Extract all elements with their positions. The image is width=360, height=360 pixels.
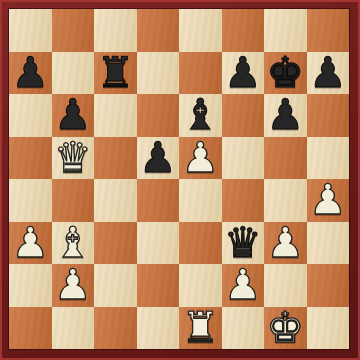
- square-d3[interactable]: [137, 222, 180, 265]
- square-b7[interactable]: [52, 52, 95, 95]
- square-b8[interactable]: [52, 9, 95, 52]
- square-b4[interactable]: [52, 179, 95, 222]
- square-a1[interactable]: [9, 307, 52, 350]
- square-a4[interactable]: [9, 179, 52, 222]
- square-a8[interactable]: [9, 9, 52, 52]
- square-c6[interactable]: [94, 94, 137, 137]
- white-pawn[interactable]: ♟: [266, 222, 304, 265]
- square-f3[interactable]: ♛: [222, 222, 265, 265]
- black-rook[interactable]: ♜: [96, 52, 134, 95]
- square-g2[interactable]: [264, 264, 307, 307]
- white-pawn[interactable]: ♟: [181, 137, 219, 180]
- square-c5[interactable]: [94, 137, 137, 180]
- square-g8[interactable]: [264, 9, 307, 52]
- white-pawn[interactable]: ♟: [11, 222, 49, 265]
- square-b3[interactable]: ♝: [52, 222, 95, 265]
- square-h3[interactable]: [307, 222, 350, 265]
- square-f5[interactable]: [222, 137, 265, 180]
- black-pawn[interactable]: ♟: [266, 94, 304, 137]
- square-f6[interactable]: [222, 94, 265, 137]
- square-c1[interactable]: [94, 307, 137, 350]
- square-b2[interactable]: ♟: [52, 264, 95, 307]
- square-e5[interactable]: ♟: [179, 137, 222, 180]
- square-h8[interactable]: [307, 9, 350, 52]
- square-h1[interactable]: [307, 307, 350, 350]
- square-a5[interactable]: [9, 137, 52, 180]
- square-d2[interactable]: [137, 264, 180, 307]
- square-g1[interactable]: ♚: [264, 307, 307, 350]
- square-f2[interactable]: ♟: [222, 264, 265, 307]
- square-d7[interactable]: [137, 52, 180, 95]
- white-pawn[interactable]: ♟: [309, 179, 347, 222]
- square-g4[interactable]: [264, 179, 307, 222]
- square-a6[interactable]: [9, 94, 52, 137]
- square-f8[interactable]: [222, 9, 265, 52]
- square-h2[interactable]: [307, 264, 350, 307]
- square-e4[interactable]: [179, 179, 222, 222]
- square-e7[interactable]: [179, 52, 222, 95]
- square-a7[interactable]: ♟: [9, 52, 52, 95]
- square-d8[interactable]: [137, 9, 180, 52]
- square-a2[interactable]: [9, 264, 52, 307]
- square-b1[interactable]: [52, 307, 95, 350]
- square-f4[interactable]: [222, 179, 265, 222]
- square-d5[interactable]: ♟: [137, 137, 180, 180]
- square-h7[interactable]: ♟: [307, 52, 350, 95]
- black-pawn[interactable]: ♟: [309, 52, 347, 95]
- square-h6[interactable]: [307, 94, 350, 137]
- black-bishop[interactable]: ♝: [181, 94, 219, 137]
- square-e8[interactable]: [179, 9, 222, 52]
- square-d1[interactable]: [137, 307, 180, 350]
- chess-board-frame: ♟♜♟♚♟♟♝♟♛♟♟♟♟♝♛♟♟♟♜♚: [0, 0, 360, 360]
- square-d6[interactable]: [137, 94, 180, 137]
- square-h5[interactable]: [307, 137, 350, 180]
- square-g5[interactable]: [264, 137, 307, 180]
- square-d4[interactable]: [137, 179, 180, 222]
- white-rook[interactable]: ♜: [181, 307, 219, 350]
- square-g7[interactable]: ♚: [264, 52, 307, 95]
- black-pawn[interactable]: ♟: [11, 52, 49, 95]
- square-h4[interactable]: ♟: [307, 179, 350, 222]
- square-b6[interactable]: ♟: [52, 94, 95, 137]
- square-g6[interactable]: ♟: [264, 94, 307, 137]
- square-e1[interactable]: ♜: [179, 307, 222, 350]
- white-king[interactable]: ♚: [266, 307, 304, 350]
- chess-board: ♟♜♟♚♟♟♝♟♛♟♟♟♟♝♛♟♟♟♜♚: [9, 9, 349, 349]
- black-king[interactable]: ♚: [266, 52, 304, 95]
- square-e2[interactable]: [179, 264, 222, 307]
- square-e3[interactable]: [179, 222, 222, 265]
- white-queen[interactable]: ♛: [54, 137, 92, 180]
- black-pawn[interactable]: ♟: [54, 94, 92, 137]
- square-a3[interactable]: ♟: [9, 222, 52, 265]
- black-pawn[interactable]: ♟: [224, 52, 262, 95]
- square-f7[interactable]: ♟: [222, 52, 265, 95]
- square-c8[interactable]: [94, 9, 137, 52]
- white-bishop[interactable]: ♝: [54, 222, 92, 265]
- square-f1[interactable]: [222, 307, 265, 350]
- square-g3[interactable]: ♟: [264, 222, 307, 265]
- square-c4[interactable]: [94, 179, 137, 222]
- black-queen[interactable]: ♛: [224, 222, 262, 265]
- black-pawn[interactable]: ♟: [139, 137, 177, 180]
- white-pawn[interactable]: ♟: [54, 264, 92, 307]
- square-c2[interactable]: [94, 264, 137, 307]
- square-c3[interactable]: [94, 222, 137, 265]
- square-b5[interactable]: ♛: [52, 137, 95, 180]
- square-c7[interactable]: ♜: [94, 52, 137, 95]
- square-e6[interactable]: ♝: [179, 94, 222, 137]
- white-pawn[interactable]: ♟: [224, 264, 262, 307]
